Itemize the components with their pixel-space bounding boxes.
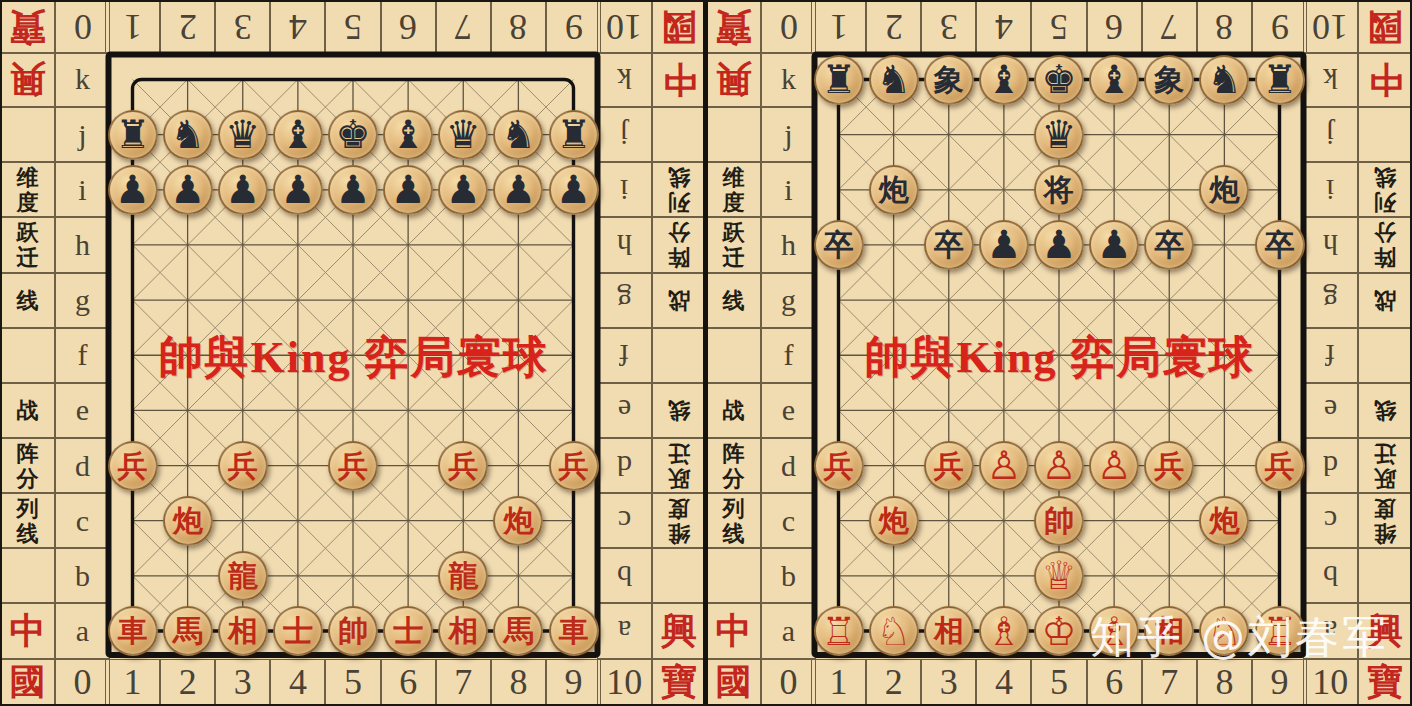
piece-chariot-red-a9[interactable]: 車 — [549, 606, 599, 656]
piece-advisor-red-a4[interactable]: 士 — [273, 606, 323, 656]
watermark: 知乎 @刘春军 — [1090, 608, 1389, 667]
piece-soldier-black-h9[interactable]: 卒 — [1255, 220, 1305, 270]
piece-soldier-red-d9[interactable]: 兵 — [1255, 441, 1305, 491]
piece-soldier-red-d5[interactable]: 兵 — [328, 441, 378, 491]
piece-elephant-red-a3[interactable]: 相 — [218, 606, 268, 656]
piece-rook-black-j1[interactable]: ♜ — [108, 110, 158, 160]
piece-knight-black-j2[interactable]: ♞ — [163, 110, 213, 160]
piece-pawn-red-d5[interactable]: ♙ — [1034, 441, 1084, 491]
board-panel-left: 寶國010興中kkjj维度列线ii跃迁阵分hh线战ggff战线ee阵分跃迁dd列… — [0, 0, 706, 706]
piece-cannon-red-c2[interactable]: 炮 — [869, 496, 919, 546]
piece-bishop-black-k4[interactable]: ♝ — [979, 55, 1029, 105]
title-banner: 帥與King 弈局寰球 — [110, 328, 597, 387]
piece-queen-red-b5[interactable]: ♕ — [1034, 551, 1084, 601]
piece-pawn-black-i5[interactable]: ♟ — [328, 165, 378, 215]
piece-rook-black-k9[interactable]: ♜ — [1255, 55, 1305, 105]
piece-general-black-i5[interactable]: 将 — [1034, 165, 1084, 215]
board-panel-right: 寶國010興中kkjj维度列线ii跃迁阵分hh线战ggff战线ee阵分跃迁dd列… — [706, 0, 1412, 706]
piece-cannon-red-c8[interactable]: 炮 — [493, 496, 543, 546]
piece-general-red-a5[interactable]: 帥 — [328, 606, 378, 656]
piece-soldier-red-d7[interactable]: 兵 — [1144, 441, 1194, 491]
piece-queen-black-j5[interactable]: ♛ — [1034, 110, 1084, 160]
piece-advisor-red-a6[interactable]: 士 — [383, 606, 433, 656]
piece-pawn-black-i9[interactable]: ♟ — [549, 165, 599, 215]
piece-cannon-red-c8[interactable]: 炮 — [1199, 496, 1249, 546]
piece-king-red-a5[interactable]: ♔ — [1034, 606, 1084, 656]
piece-knight-black-k2[interactable]: ♞ — [869, 55, 919, 105]
piece-bishop-black-k6[interactable]: ♝ — [1089, 55, 1139, 105]
piece-soldier-black-h3[interactable]: 卒 — [924, 220, 974, 270]
panel-divider — [703, 0, 708, 706]
piece-cannon-black-i2[interactable]: 炮 — [869, 165, 919, 215]
piece-pawn-black-i2[interactable]: ♟ — [163, 165, 213, 215]
piece-pawn-red-d6[interactable]: ♙ — [1089, 441, 1139, 491]
piece-general-red-c5[interactable]: 帥 — [1034, 496, 1084, 546]
piece-elephant-red-a3[interactable]: 相 — [924, 606, 974, 656]
piece-rook-black-j9[interactable]: ♜ — [549, 110, 599, 160]
title-banner: 帥與King 弈局寰球 — [816, 328, 1303, 387]
piece-knight-black-k8[interactable]: ♞ — [1199, 55, 1249, 105]
piece-rook-red-a1[interactable]: ♖ — [814, 606, 864, 656]
piece-soldier-red-d3[interactable]: 兵 — [218, 441, 268, 491]
piece-soldier-red-d9[interactable]: 兵 — [549, 441, 599, 491]
piece-soldier-red-d3[interactable]: 兵 — [924, 441, 974, 491]
piece-bishop-red-a4[interactable]: ♗ — [979, 606, 1029, 656]
piece-pawn-red-d4[interactable]: ♙ — [979, 441, 1029, 491]
piece-elephant-black-k7[interactable]: 象 — [1144, 55, 1194, 105]
piece-pawn-black-i1[interactable]: ♟ — [108, 165, 158, 215]
piece-pawn-black-h6[interactable]: ♟ — [1089, 220, 1139, 270]
piece-soldier-red-d1[interactable]: 兵 — [108, 441, 158, 491]
piece-king-black-j5[interactable]: ♚ — [328, 110, 378, 160]
piece-pawn-black-i6[interactable]: ♟ — [383, 165, 433, 215]
piece-dragon-red-b3[interactable]: 龍 — [218, 551, 268, 601]
piece-soldier-black-h1[interactable]: 卒 — [814, 220, 864, 270]
piece-pawn-black-i8[interactable]: ♟ — [493, 165, 543, 215]
piece-rook-black-k1[interactable]: ♜ — [814, 55, 864, 105]
piece-pawn-black-i7[interactable]: ♟ — [438, 165, 488, 215]
piece-soldier-red-d7[interactable]: 兵 — [438, 441, 488, 491]
piece-king-black-k5[interactable]: ♚ — [1034, 55, 1084, 105]
piece-knight-black-j8[interactable]: ♞ — [493, 110, 543, 160]
piece-pawn-black-i3[interactable]: ♟ — [218, 165, 268, 215]
piece-cannon-red-c2[interactable]: 炮 — [163, 496, 213, 546]
piece-bishop-black-j4[interactable]: ♝ — [273, 110, 323, 160]
piece-elephant-black-k3[interactable]: 象 — [924, 55, 974, 105]
piece-dragon-red-b7[interactable]: 龍 — [438, 551, 488, 601]
piece-horse-red-a2[interactable]: 馬 — [163, 606, 213, 656]
piece-queen-black-j7[interactable]: ♛ — [438, 110, 488, 160]
piece-soldier-red-d1[interactable]: 兵 — [814, 441, 864, 491]
piece-queen-black-j3[interactable]: ♛ — [218, 110, 268, 160]
piece-cannon-black-i8[interactable]: 炮 — [1199, 165, 1249, 215]
piece-bishop-black-j6[interactable]: ♝ — [383, 110, 433, 160]
piece-soldier-black-h7[interactable]: 卒 — [1144, 220, 1194, 270]
piece-knight-red-a2[interactable]: ♘ — [869, 606, 919, 656]
double-board-stage: 寶國010興中kkjj维度列线ii跃迁阵分hh线战ggff战线ee阵分跃迁dd列… — [0, 0, 1412, 706]
piece-chariot-red-a1[interactable]: 車 — [108, 606, 158, 656]
piece-pawn-black-h5[interactable]: ♟ — [1034, 220, 1084, 270]
piece-pawn-black-h4[interactable]: ♟ — [979, 220, 1029, 270]
piece-pawn-black-i4[interactable]: ♟ — [273, 165, 323, 215]
piece-elephant-red-a7[interactable]: 相 — [438, 606, 488, 656]
